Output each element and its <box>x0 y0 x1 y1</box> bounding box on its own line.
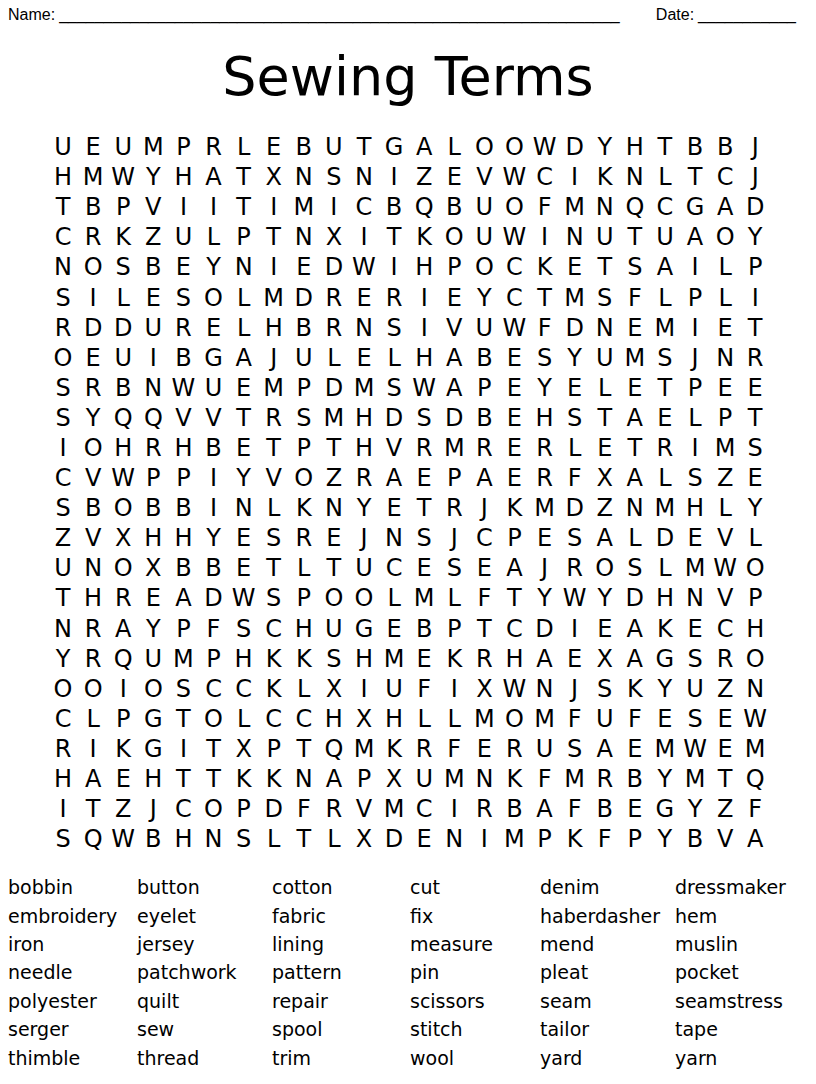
grid-cell: L <box>710 252 740 282</box>
grid-cell: T <box>499 583 529 613</box>
grid-cell: E <box>710 313 740 343</box>
grid-cell: M <box>379 644 409 674</box>
grid-cell: R <box>48 313 78 343</box>
grid-cell: O <box>198 704 228 734</box>
grid-cell: S <box>409 523 439 553</box>
grid-cell: J <box>740 162 770 192</box>
grid-cell: P <box>198 644 228 674</box>
grid-cell: I <box>469 824 499 854</box>
grid-cell: E <box>138 583 168 613</box>
grid-cell: M <box>560 192 590 222</box>
grid-cell: G <box>138 704 168 734</box>
grid-cell: Y <box>650 764 680 794</box>
grid-cell: H <box>48 764 78 794</box>
grid-cell: I <box>48 794 78 824</box>
word-list: bobbinembroideryironneedlepolyesterserge… <box>8 873 786 1072</box>
grid-cell: E <box>229 373 259 403</box>
grid-cell: Y <box>229 463 259 493</box>
grid-cell: W <box>499 313 529 343</box>
grid-cell: B <box>710 132 740 162</box>
grid-cell: U <box>349 553 379 583</box>
grid-cell: P <box>620 824 650 854</box>
grid-cell: B <box>138 824 168 854</box>
grid-cell: I <box>409 282 439 312</box>
grid-cell: R <box>259 403 289 433</box>
grid-cell: B <box>168 553 198 583</box>
grid-cell: Q <box>319 734 349 764</box>
grid-cell: Y <box>560 343 590 373</box>
grid-cell: B <box>138 493 168 523</box>
grid-cell: T <box>259 553 289 583</box>
grid-cell: A <box>620 614 650 644</box>
grid-cell: X <box>379 764 409 794</box>
grid-cell: C <box>48 222 78 252</box>
word-item: pin <box>410 958 540 986</box>
grid-cell: S <box>409 403 439 433</box>
grid-cell: J <box>740 132 770 162</box>
grid-cell: P <box>108 704 138 734</box>
grid-cell: D <box>289 282 319 312</box>
grid-cell: I <box>259 252 289 282</box>
grid-cell: A <box>650 252 680 282</box>
grid-cell: K <box>590 162 620 192</box>
grid-cell: C <box>48 704 78 734</box>
grid-cell: B <box>138 252 168 282</box>
grid-cell: R <box>740 343 770 373</box>
grid-cell: I <box>198 192 228 222</box>
grid-cell: T <box>229 192 259 222</box>
grid-cell: W <box>499 222 529 252</box>
grid-cell: O <box>198 794 228 824</box>
grid-cell: K <box>650 614 680 644</box>
grid-cell: P <box>439 463 469 493</box>
grid-cell: T <box>379 222 409 252</box>
grid-cell: H <box>620 132 650 162</box>
grid-cell: N <box>289 162 319 192</box>
grid-cell: I <box>409 313 439 343</box>
grid-cell: F <box>620 704 650 734</box>
grid-cell: A <box>620 644 650 674</box>
grid-cell: I <box>259 192 289 222</box>
grid-cell: A <box>439 343 469 373</box>
grid-cell: C <box>530 162 560 192</box>
grid-cell: P <box>439 252 469 282</box>
grid-cell: Y <box>650 674 680 704</box>
grid-cell: G <box>379 132 409 162</box>
grid-cell: C <box>48 463 78 493</box>
grid-cell: F <box>409 674 439 704</box>
word-item: pattern <box>272 958 410 986</box>
grid-cell: I <box>78 734 108 764</box>
grid-cell: K <box>439 644 469 674</box>
grid-cell: N <box>620 493 650 523</box>
grid-cell: U <box>138 644 168 674</box>
grid-cell: C <box>379 553 409 583</box>
grid-cell: S <box>740 433 770 463</box>
grid-cell: A <box>620 463 650 493</box>
grid-cell: E <box>409 553 439 583</box>
grid-cell: E <box>198 313 228 343</box>
grid-cell: U <box>680 674 710 704</box>
grid-cell: A <box>590 734 620 764</box>
grid-cell: Z <box>710 794 740 824</box>
grid-cell: L <box>439 704 469 734</box>
grid-cell: T <box>409 493 439 523</box>
grid-cell: E <box>319 523 349 553</box>
grid-cell: D <box>560 493 590 523</box>
grid-cell: E <box>409 644 439 674</box>
grid-cell: T <box>349 132 379 162</box>
grid-cell: L <box>560 433 590 463</box>
grid-cell: G <box>650 644 680 674</box>
grid-cell: Z <box>138 222 168 252</box>
grid-cell: Y <box>740 493 770 523</box>
grid-cell: Q <box>108 403 138 433</box>
grid-cell: S <box>620 252 650 282</box>
grid-cell: S <box>590 674 620 704</box>
grid-cell: W <box>168 373 198 403</box>
grid-cell: H <box>168 162 198 192</box>
grid-cell: P <box>469 373 499 403</box>
grid-cell: U <box>650 222 680 252</box>
grid-cell: P <box>108 192 138 222</box>
word-item: dressmaker <box>675 873 786 901</box>
grid-cell: S <box>229 824 259 854</box>
grid-cell: B <box>590 794 620 824</box>
grid-cell: L <box>229 282 259 312</box>
grid-cell: L <box>680 403 710 433</box>
grid-cell: L <box>439 132 469 162</box>
grid-cell: R <box>469 644 499 674</box>
grid-cell: I <box>349 674 379 704</box>
grid-cell: X <box>108 523 138 553</box>
grid-cell: T <box>710 764 740 794</box>
grid-cell: P <box>710 403 740 433</box>
grid-cell: X <box>319 222 349 252</box>
grid-cell: J <box>560 674 590 704</box>
word-item: cut <box>410 873 540 901</box>
grid-cell: P <box>349 764 379 794</box>
grid-cell: C <box>710 162 740 192</box>
grid-cell: T <box>650 132 680 162</box>
grid-cell: W <box>710 553 740 583</box>
grid-cell: F <box>740 794 770 824</box>
grid-cell: W <box>499 674 529 704</box>
grid-cell: B <box>198 553 228 583</box>
grid-cell: W <box>740 704 770 734</box>
grid-cell: O <box>590 553 620 583</box>
grid-cell: R <box>319 282 349 312</box>
grid-cell: Z <box>710 463 740 493</box>
puzzle-title: Sewing Terms <box>0 46 816 108</box>
grid-cell: M <box>409 583 439 613</box>
grid-cell: Z <box>590 493 620 523</box>
grid-cell: R <box>710 644 740 674</box>
grid-cell: O <box>48 343 78 373</box>
grid-cell: Z <box>409 162 439 192</box>
word-item: fabric <box>272 901 410 929</box>
grid-cell: P <box>530 824 560 854</box>
grid-cell: C <box>499 252 529 282</box>
grid-cell: D <box>650 523 680 553</box>
grid-cell: E <box>530 523 560 553</box>
grid-cell: S <box>680 644 710 674</box>
grid-cell: U <box>48 132 78 162</box>
grid-cell: H <box>289 614 319 644</box>
grid-cell: H <box>138 764 168 794</box>
grid-cell: S <box>680 704 710 734</box>
grid-cell: M <box>680 553 710 583</box>
grid-cell: U <box>108 343 138 373</box>
grid-cell: E <box>259 132 289 162</box>
grid-cell: C <box>710 614 740 644</box>
grid-cell: S <box>229 614 259 644</box>
grid-cell: B <box>469 343 499 373</box>
grid-cell: U <box>590 704 620 734</box>
grid-cell: X <box>138 553 168 583</box>
grid-cell: W <box>499 162 529 192</box>
grid-cell: V <box>168 403 198 433</box>
grid-cell: O <box>108 553 138 583</box>
grid-cell: T <box>229 162 259 192</box>
grid-cell: R <box>78 373 108 403</box>
grid-cell: I <box>530 222 560 252</box>
word-item: needle <box>8 958 137 986</box>
word-item: button <box>137 873 272 901</box>
grid-cell: E <box>229 553 259 583</box>
grid-cell: R <box>409 433 439 463</box>
grid-cell: N <box>710 343 740 373</box>
grid-cell: C <box>349 192 379 222</box>
grid-cell: V <box>138 192 168 222</box>
grid-cell: V <box>78 463 108 493</box>
word-item: haberdasher <box>540 901 675 929</box>
word-item: seam <box>540 987 675 1015</box>
grid-cell: D <box>319 373 349 403</box>
grid-cell: Q <box>620 192 650 222</box>
worksheet-header: Name: __________________________________… <box>8 6 796 24</box>
grid-cell: M <box>439 764 469 794</box>
grid-cell: C <box>409 794 439 824</box>
grid-cell: P <box>740 252 770 282</box>
grid-cell: O <box>319 583 349 613</box>
grid-cell: S <box>560 403 590 433</box>
grid-cell: V <box>439 313 469 343</box>
grid-cell: M <box>168 644 198 674</box>
grid-cell: M <box>740 734 770 764</box>
word-item: muslin <box>675 930 786 958</box>
grid-cell: I <box>439 674 469 704</box>
grid-cell: Z <box>48 523 78 553</box>
grid-cell: K <box>499 764 529 794</box>
grid-cell: N <box>349 162 379 192</box>
grid-cell: T <box>198 734 228 764</box>
grid-cell: A <box>319 764 349 794</box>
grid-cell: E <box>379 614 409 644</box>
grid-cell: A <box>530 644 560 674</box>
grid-cell: Y <box>650 824 680 854</box>
grid-cell: R <box>319 313 349 343</box>
grid-cell: P <box>740 583 770 613</box>
grid-cell: X <box>319 674 349 704</box>
grid-cell: Y <box>48 644 78 674</box>
grid-cell: R <box>78 222 108 252</box>
grid-cell: E <box>439 282 469 312</box>
grid-cell: E <box>138 282 168 312</box>
grid-cell: E <box>168 252 198 282</box>
grid-cell: L <box>289 674 319 704</box>
grid-cell: D <box>740 192 770 222</box>
grid-cell: F <box>198 614 228 644</box>
grid-cell: V <box>198 403 228 433</box>
grid-cell: N <box>590 192 620 222</box>
grid-cell: S <box>680 463 710 493</box>
word-item: sew <box>137 1015 272 1043</box>
grid-cell: T <box>650 373 680 403</box>
grid-cell: K <box>229 764 259 794</box>
grid-cell: F <box>560 704 590 734</box>
grid-cell: I <box>379 162 409 192</box>
grid-cell: K <box>289 644 319 674</box>
grid-cell: P <box>289 433 319 463</box>
grid-cell: E <box>499 343 529 373</box>
grid-cell: U <box>469 192 499 222</box>
grid-cell: N <box>48 252 78 282</box>
grid-cell: I <box>680 313 710 343</box>
name-label: Name: <box>8 6 55 24</box>
date-blank-line[interactable]: ___________ <box>698 6 796 24</box>
grid-cell: O <box>499 132 529 162</box>
word-item: iron <box>8 930 137 958</box>
grid-cell: M <box>259 373 289 403</box>
grid-cell: M <box>138 132 168 162</box>
word-item: quilt <box>137 987 272 1015</box>
grid-cell: W <box>680 734 710 764</box>
grid-cell: B <box>289 313 319 343</box>
grid-cell: W <box>108 162 138 192</box>
grid-cell: T <box>740 313 770 343</box>
grid-cell: V <box>710 583 740 613</box>
grid-cell: E <box>560 644 590 674</box>
word-item: fix <box>410 901 540 929</box>
grid-cell: K <box>620 674 650 704</box>
grid-cell: W <box>349 252 379 282</box>
grid-cell: E <box>620 373 650 403</box>
grid-cell: L <box>650 463 680 493</box>
grid-cell: D <box>560 313 590 343</box>
grid-cell: N <box>289 222 319 252</box>
word-item: bobbin <box>8 873 137 901</box>
grid-cell: I <box>740 282 770 312</box>
grid-cell: O <box>740 553 770 583</box>
grid-cell: L <box>319 824 349 854</box>
grid-cell: O <box>740 644 770 674</box>
grid-cell: L <box>620 523 650 553</box>
grid-cell: Y <box>740 222 770 252</box>
grid-cell: C <box>499 282 529 312</box>
word-item: thread <box>137 1043 272 1071</box>
grid-cell: T <box>168 764 198 794</box>
grid-cell: Y <box>198 523 228 553</box>
grid-cell: Y <box>138 614 168 644</box>
grid-cell: G <box>680 192 710 222</box>
word-item: polyester <box>8 987 137 1015</box>
grid-cell: A <box>409 132 439 162</box>
word-item: spool <box>272 1015 410 1043</box>
grid-cell: I <box>680 433 710 463</box>
grid-cell: N <box>78 553 108 583</box>
grid-cell: R <box>499 734 529 764</box>
grid-cell: C <box>469 523 499 553</box>
name-blank-line[interactable]: ________________________________________… <box>59 6 620 24</box>
grid-cell: K <box>108 734 138 764</box>
grid-cell: S <box>439 553 469 583</box>
grid-cell: P <box>168 132 198 162</box>
grid-cell: M <box>650 313 680 343</box>
grid-cell: H <box>530 403 560 433</box>
grid-cell: R <box>560 553 590 583</box>
grid-cell: M <box>78 162 108 192</box>
grid-cell: S <box>48 493 78 523</box>
grid-cell: H <box>168 523 198 553</box>
grid-cell: T <box>590 403 620 433</box>
grid-cell: O <box>289 463 319 493</box>
grid-cell: E <box>349 282 379 312</box>
grid-cell: E <box>349 343 379 373</box>
word-item: pocket <box>675 958 786 986</box>
grid-cell: N <box>740 674 770 704</box>
grid-cell: P <box>229 222 259 252</box>
grid-cell: J <box>680 343 710 373</box>
grid-cell: N <box>138 373 168 403</box>
grid-cell: E <box>229 433 259 463</box>
grid-cell: I <box>168 192 198 222</box>
grid-cell: E <box>499 463 529 493</box>
grid-cell: D <box>439 403 469 433</box>
grid-cell: V <box>710 824 740 854</box>
grid-cell: Y <box>680 794 710 824</box>
grid-cell: Q <box>409 192 439 222</box>
grid-cell: I <box>560 614 590 644</box>
grid-cell: C <box>289 704 319 734</box>
grid-cell: N <box>349 313 379 343</box>
grid-cell: E <box>499 433 529 463</box>
grid-cell: C <box>168 794 198 824</box>
grid-cell: N <box>229 252 259 282</box>
word-item: cotton <box>272 873 410 901</box>
grid-cell: H <box>740 614 770 644</box>
grid-cell: D <box>78 313 108 343</box>
grid-cell: P <box>439 614 469 644</box>
grid-cell: M <box>379 794 409 824</box>
grid-cell: S <box>168 282 198 312</box>
grid-cell: E <box>740 373 770 403</box>
grid-cell: B <box>620 764 650 794</box>
grid-cell: M <box>319 403 349 433</box>
grid-cell: C <box>259 704 289 734</box>
grid-cell: T <box>620 222 650 252</box>
grid-cell: G <box>349 614 379 644</box>
grid-cell: W <box>108 463 138 493</box>
grid-cell: S <box>289 403 319 433</box>
grid-cell: M <box>469 704 499 734</box>
grid-cell: R <box>469 794 499 824</box>
grid-cell: R <box>78 644 108 674</box>
grid-cell: O <box>710 222 740 252</box>
grid-cell: Q <box>138 403 168 433</box>
grid-cell: V <box>349 794 379 824</box>
grid-cell: P <box>229 794 259 824</box>
